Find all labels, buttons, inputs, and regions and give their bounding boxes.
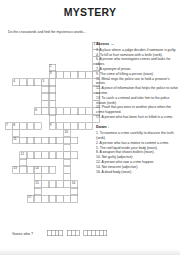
block-cell bbox=[27, 71, 34, 78]
answer-letter-box[interactable] bbox=[103, 230, 107, 236]
worksheet-page: MYSTERY Do the crosswords and find the m… bbox=[0, 0, 180, 255]
grid-cell[interactable] bbox=[56, 181, 63, 188]
block-cell bbox=[12, 64, 19, 71]
grid-cell[interactable] bbox=[63, 108, 70, 115]
clue-number: 3 bbox=[50, 71, 52, 75]
block-cell bbox=[56, 115, 63, 122]
grid-cell[interactable] bbox=[71, 188, 78, 195]
grid-cell[interactable]: 2 bbox=[49, 64, 56, 71]
grid-cell[interactable] bbox=[71, 151, 78, 158]
grid-cell[interactable]: 5 bbox=[41, 78, 48, 85]
instructions-text: Do the crosswords and find the mysteriou… bbox=[8, 30, 86, 34]
grid-cell[interactable] bbox=[49, 195, 56, 202]
block-cell bbox=[71, 78, 78, 85]
block-cell bbox=[78, 188, 85, 195]
block-cell bbox=[56, 130, 63, 137]
block-cell bbox=[20, 173, 27, 180]
block-cell bbox=[63, 188, 70, 195]
block-cell bbox=[56, 159, 63, 166]
grid-cell[interactable] bbox=[85, 71, 92, 78]
across-clue-list: 3. A place where a judge decides if some… bbox=[96, 47, 179, 119]
block-cell bbox=[5, 42, 12, 49]
block-cell bbox=[5, 159, 12, 166]
block-cell bbox=[27, 57, 34, 64]
block-cell bbox=[12, 49, 19, 56]
block-cell bbox=[20, 188, 27, 195]
block-cell bbox=[85, 42, 92, 49]
grid-cell[interactable] bbox=[63, 166, 70, 173]
block-cell bbox=[71, 64, 78, 71]
block-cell bbox=[63, 64, 70, 71]
grid-cell[interactable] bbox=[63, 71, 70, 78]
block-cell bbox=[78, 115, 85, 122]
block-cell bbox=[78, 137, 85, 144]
guess-label: Guess who ? bbox=[12, 232, 33, 237]
block-cell bbox=[85, 86, 92, 93]
crossword-grid: 1234567891011121314151617 bbox=[5, 42, 100, 203]
grid-cell[interactable] bbox=[34, 188, 41, 195]
block-cell bbox=[34, 100, 41, 107]
grid-cell[interactable] bbox=[41, 108, 48, 115]
block-cell bbox=[49, 173, 56, 180]
block-cell bbox=[49, 188, 56, 195]
grid-cell[interactable] bbox=[41, 181, 48, 188]
grid-cell[interactable]: 9 bbox=[49, 122, 56, 129]
block-cell bbox=[5, 130, 12, 137]
grid-cell[interactable] bbox=[41, 86, 48, 93]
down-clue-list: 1. To examine a crime carefully to disco… bbox=[96, 130, 179, 173]
grid-cell[interactable] bbox=[34, 195, 41, 202]
answer-box-group bbox=[83, 230, 106, 236]
grid-cell[interactable] bbox=[63, 144, 70, 151]
block-cell bbox=[63, 49, 70, 56]
block-cell bbox=[56, 173, 63, 180]
grid-cell[interactable] bbox=[41, 137, 48, 144]
block-cell bbox=[85, 159, 92, 166]
clue-number: 15 bbox=[35, 181, 39, 185]
grid-cell[interactable] bbox=[78, 122, 85, 129]
block-cell bbox=[12, 42, 19, 49]
grid-cell[interactable] bbox=[27, 122, 34, 129]
block-cell bbox=[56, 100, 63, 107]
grid-cell[interactable] bbox=[49, 100, 56, 107]
grid-cell[interactable] bbox=[49, 166, 56, 173]
block-cell bbox=[20, 42, 27, 49]
grid-cell[interactable] bbox=[20, 166, 27, 173]
grid-cell[interactable] bbox=[63, 151, 70, 158]
block-cell bbox=[63, 100, 70, 107]
block-cell bbox=[56, 42, 63, 49]
block-cell bbox=[20, 57, 27, 64]
down-header: Down ↓ bbox=[96, 124, 179, 129]
across-clue: 12. A piece of information that helps th… bbox=[96, 85, 179, 95]
block-cell bbox=[41, 173, 48, 180]
block-cell bbox=[71, 57, 78, 64]
block-cell bbox=[49, 57, 56, 64]
block-cell bbox=[78, 151, 85, 158]
block-cell bbox=[5, 195, 12, 202]
grid-cell[interactable] bbox=[63, 122, 70, 129]
block-cell bbox=[49, 159, 56, 166]
block-cell bbox=[27, 49, 34, 56]
grid-cell[interactable] bbox=[56, 151, 63, 158]
block-cell bbox=[20, 100, 27, 107]
block-cell bbox=[41, 115, 48, 122]
block-cell bbox=[49, 144, 56, 151]
grid-cell[interactable]: 13 bbox=[12, 166, 19, 173]
answer-letter-box[interactable] bbox=[75, 230, 79, 236]
grid-cell[interactable] bbox=[49, 115, 56, 122]
grid-cell[interactable] bbox=[34, 151, 41, 158]
block-cell bbox=[5, 64, 12, 71]
clue-number: 12 bbox=[21, 151, 25, 155]
block-cell bbox=[12, 100, 19, 107]
block-cell bbox=[85, 166, 92, 173]
block-cell bbox=[12, 144, 19, 151]
grid-cell[interactable] bbox=[49, 108, 56, 115]
block-cell bbox=[41, 130, 48, 137]
block-cell bbox=[78, 93, 85, 100]
block-cell bbox=[27, 173, 34, 180]
block-cell bbox=[71, 159, 78, 166]
block-cell bbox=[5, 93, 12, 100]
block-cell bbox=[5, 166, 12, 173]
grid-cell[interactable] bbox=[56, 122, 63, 129]
grid-cell[interactable] bbox=[56, 108, 63, 115]
block-cell bbox=[27, 181, 34, 188]
block-cell bbox=[56, 64, 63, 71]
grid-cell[interactable] bbox=[85, 108, 92, 115]
block-cell bbox=[71, 130, 78, 137]
grid-cell[interactable] bbox=[49, 151, 56, 158]
grid-cell[interactable]: 7 bbox=[5, 122, 12, 129]
block-cell bbox=[12, 151, 19, 158]
block-cell bbox=[27, 144, 34, 151]
block-cell bbox=[56, 144, 63, 151]
grid-cell[interactable] bbox=[27, 78, 34, 85]
block-cell bbox=[85, 195, 92, 202]
block-cell bbox=[5, 71, 12, 78]
grid-cell[interactable] bbox=[78, 108, 85, 115]
block-cell bbox=[27, 42, 34, 49]
block-cell bbox=[5, 173, 12, 180]
block-cell bbox=[5, 100, 12, 107]
grid-cell[interactable] bbox=[12, 130, 19, 137]
block-cell bbox=[5, 137, 12, 144]
block-cell bbox=[71, 173, 78, 180]
block-cell bbox=[63, 93, 70, 100]
block-cell bbox=[27, 130, 34, 137]
block-cell bbox=[20, 115, 27, 122]
grid-cell[interactable]: 4 bbox=[12, 78, 19, 85]
grid-cell[interactable] bbox=[56, 137, 63, 144]
clue-number: 17 bbox=[28, 195, 32, 199]
block-cell bbox=[71, 166, 78, 173]
grid-cell[interactable] bbox=[56, 71, 63, 78]
block-cell bbox=[71, 42, 78, 49]
block-cell bbox=[27, 64, 34, 71]
block-cell bbox=[71, 144, 78, 151]
block-cell bbox=[20, 71, 27, 78]
block-cell bbox=[12, 188, 19, 195]
block-cell bbox=[34, 42, 41, 49]
block-cell bbox=[12, 108, 19, 115]
block-cell bbox=[63, 42, 70, 49]
across-clue: 17. A person who has been hurt or killed… bbox=[96, 114, 179, 119]
block-cell bbox=[85, 78, 92, 85]
grid-cell[interactable] bbox=[27, 151, 34, 158]
block-cell bbox=[27, 108, 34, 115]
clue-number: 16 bbox=[72, 181, 76, 185]
answer-box-group bbox=[67, 230, 79, 236]
grid-cell[interactable] bbox=[63, 159, 70, 166]
grid-cell[interactable] bbox=[63, 181, 70, 188]
grid-cell[interactable]: 10 bbox=[63, 130, 70, 137]
block-cell bbox=[41, 64, 48, 71]
block-cell bbox=[85, 151, 92, 158]
block-cell bbox=[5, 108, 12, 115]
grid-cell[interactable] bbox=[49, 78, 56, 85]
grid-cell[interactable] bbox=[71, 195, 78, 202]
block-cell bbox=[85, 115, 92, 122]
grid-cell[interactable] bbox=[20, 137, 27, 144]
block-cell bbox=[27, 115, 34, 122]
grid-cell[interactable]: 16 bbox=[71, 181, 78, 188]
grid-cell[interactable] bbox=[71, 122, 78, 129]
block-cell bbox=[85, 93, 92, 100]
grid-cell[interactable]: 14 bbox=[34, 166, 41, 173]
block-cell bbox=[49, 130, 56, 137]
block-cell bbox=[20, 181, 27, 188]
block-cell bbox=[56, 49, 63, 56]
clue-number: 7 bbox=[6, 122, 8, 126]
grid-cell[interactable] bbox=[20, 159, 27, 166]
grid-cell[interactable] bbox=[27, 166, 34, 173]
block-cell bbox=[5, 181, 12, 188]
grid-cell[interactable] bbox=[85, 122, 92, 129]
block-cell bbox=[85, 181, 92, 188]
block-cell bbox=[34, 49, 41, 56]
block-cell bbox=[12, 71, 19, 78]
block-cell bbox=[93, 181, 100, 188]
block-cell bbox=[34, 64, 41, 71]
block-cell bbox=[56, 78, 63, 85]
block-cell bbox=[27, 93, 34, 100]
block-cell bbox=[20, 108, 27, 115]
block-cell bbox=[71, 93, 78, 100]
block-cell bbox=[5, 86, 12, 93]
block-cell bbox=[20, 144, 27, 151]
grid-cell[interactable] bbox=[41, 166, 48, 173]
block-cell bbox=[85, 64, 92, 71]
grid-cell[interactable] bbox=[34, 137, 41, 144]
block-cell bbox=[5, 57, 12, 64]
scan-shadow bbox=[0, 249, 180, 255]
block-cell bbox=[85, 57, 92, 64]
grid-cell[interactable]: 17 bbox=[27, 195, 34, 202]
block-cell bbox=[5, 151, 12, 158]
clue-number: 10 bbox=[64, 130, 68, 134]
block-cell bbox=[27, 159, 34, 166]
block-cell bbox=[93, 188, 100, 195]
block-cell bbox=[5, 144, 12, 151]
down-clue: 1. To examine a crime carefully to disco… bbox=[96, 130, 179, 140]
block-cell bbox=[5, 115, 12, 122]
block-cell bbox=[41, 49, 48, 56]
grid-cell[interactable] bbox=[41, 195, 48, 202]
block-cell bbox=[34, 159, 41, 166]
block-cell bbox=[78, 100, 85, 107]
block-cell bbox=[34, 86, 41, 93]
across-header: Across → bbox=[96, 41, 179, 46]
across-clue: 15. Proof that you were in another place… bbox=[96, 105, 179, 115]
across-clue: 13. To catch a criminal and take him to … bbox=[96, 95, 179, 105]
block-cell bbox=[78, 86, 85, 93]
block-cell bbox=[34, 93, 41, 100]
clue-number: 6 bbox=[35, 108, 37, 112]
down-section: Down ↓ 1. To examine a crime carefully t… bbox=[96, 124, 179, 173]
block-cell bbox=[85, 173, 92, 180]
grid-cell[interactable] bbox=[34, 78, 41, 85]
block-cell bbox=[78, 195, 85, 202]
grid-cell[interactable] bbox=[20, 78, 27, 85]
clue-number: 13 bbox=[13, 166, 17, 170]
block-cell bbox=[78, 57, 85, 64]
across-clue: 6. A person who investigates crimes and … bbox=[96, 57, 179, 67]
block-cell bbox=[71, 49, 78, 56]
page: MYSTERY Do the crosswords and find the m… bbox=[0, 0, 180, 255]
grid-cell[interactable]: 15 bbox=[34, 181, 41, 188]
block-cell bbox=[5, 78, 12, 85]
block-cell bbox=[20, 130, 27, 137]
grid-cell[interactable] bbox=[71, 137, 78, 144]
block-cell bbox=[49, 49, 56, 56]
block-cell bbox=[78, 144, 85, 151]
block-cell bbox=[34, 115, 41, 122]
block-cell bbox=[63, 78, 70, 85]
block-cell bbox=[12, 173, 19, 180]
clue-number: 8 bbox=[13, 122, 15, 126]
block-cell bbox=[41, 71, 48, 78]
block-cell bbox=[93, 173, 100, 180]
grid-cell[interactable] bbox=[78, 71, 85, 78]
block-cell bbox=[63, 115, 70, 122]
block-cell bbox=[78, 78, 85, 85]
grid-cell[interactable]: 8 bbox=[12, 122, 19, 129]
block-cell bbox=[78, 64, 85, 71]
block-cell bbox=[78, 49, 85, 56]
grid-cell[interactable] bbox=[49, 86, 56, 93]
clues-panel: Across → 3. A place where a judge decide… bbox=[96, 41, 179, 174]
block-cell bbox=[41, 144, 48, 151]
grid-cell[interactable]: 11 bbox=[12, 137, 19, 144]
block-cell bbox=[20, 93, 27, 100]
block-cell bbox=[20, 49, 27, 56]
block-cell bbox=[5, 188, 12, 195]
grid-cell[interactable] bbox=[63, 137, 70, 144]
block-cell bbox=[78, 166, 85, 173]
clue-number: 5 bbox=[42, 78, 44, 82]
block-cell bbox=[20, 195, 27, 202]
grid-cell[interactable] bbox=[56, 195, 63, 202]
grid-cell[interactable] bbox=[34, 122, 41, 129]
answer-box-groups bbox=[47, 230, 107, 236]
block-cell bbox=[85, 100, 92, 107]
block-cell bbox=[12, 86, 19, 93]
block-cell bbox=[12, 93, 19, 100]
down-clue: 16. A dead body (noun). bbox=[96, 169, 179, 174]
across-section: Across → 3. A place where a judge decide… bbox=[96, 41, 179, 119]
block-cell bbox=[27, 100, 34, 107]
grid-cell[interactable] bbox=[41, 100, 48, 107]
block-cell bbox=[27, 86, 34, 93]
block-cell bbox=[41, 57, 48, 64]
block-cell bbox=[34, 130, 41, 137]
grid-cell[interactable] bbox=[63, 195, 70, 202]
block-cell bbox=[85, 144, 92, 151]
block-cell bbox=[49, 42, 56, 49]
block-cell bbox=[78, 159, 85, 166]
block-cell bbox=[41, 188, 48, 195]
grid-cell[interactable] bbox=[49, 137, 56, 144]
block-cell bbox=[85, 137, 92, 144]
block-cell bbox=[34, 57, 41, 64]
grid-cell[interactable] bbox=[41, 151, 48, 158]
block-cell bbox=[78, 42, 85, 49]
grid-cell[interactable] bbox=[27, 137, 34, 144]
answer-letter-box[interactable] bbox=[59, 230, 63, 236]
block-cell bbox=[85, 49, 92, 56]
block-cell bbox=[5, 49, 12, 56]
clue-number: 14 bbox=[35, 166, 39, 170]
grid-cell[interactable] bbox=[34, 173, 41, 180]
block-cell bbox=[20, 86, 27, 93]
block-cell bbox=[56, 86, 63, 93]
grid-cell[interactable]: 12 bbox=[20, 151, 27, 158]
grid-cell[interactable]: 6 bbox=[34, 108, 41, 115]
block-cell bbox=[78, 181, 85, 188]
page-title: MYSTERY bbox=[0, 6, 180, 18]
block-cell bbox=[71, 100, 78, 107]
block-cell bbox=[12, 57, 19, 64]
block-cell bbox=[20, 64, 27, 71]
grid-cell[interactable] bbox=[20, 122, 27, 129]
mystery-answer-row: Guess who ? bbox=[0, 229, 180, 241]
clue-number: 2 bbox=[50, 64, 52, 68]
clue-number: 4 bbox=[13, 78, 15, 82]
block-cell bbox=[56, 93, 63, 100]
block-cell bbox=[63, 57, 70, 64]
block-cell bbox=[56, 166, 63, 173]
grid-cell[interactable] bbox=[71, 71, 78, 78]
block-cell bbox=[63, 86, 70, 93]
block-cell bbox=[41, 122, 48, 129]
answer-box-group bbox=[47, 230, 63, 236]
grid-cell[interactable] bbox=[71, 108, 78, 115]
block-cell bbox=[27, 188, 34, 195]
grid-cell[interactable] bbox=[49, 93, 56, 100]
block-cell bbox=[41, 42, 48, 49]
grid-cell[interactable] bbox=[49, 181, 56, 188]
block-cell bbox=[12, 115, 19, 122]
block-cell bbox=[56, 188, 63, 195]
grid-cell[interactable] bbox=[41, 93, 48, 100]
block-cell bbox=[85, 130, 92, 137]
block-cell bbox=[34, 71, 41, 78]
block-cell bbox=[71, 115, 78, 122]
grid-cell[interactable] bbox=[63, 173, 70, 180]
grid-cell[interactable]: 3 bbox=[49, 71, 56, 78]
